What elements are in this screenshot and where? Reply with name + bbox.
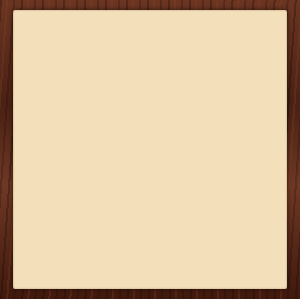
wood-frame <box>0 0 300 299</box>
chess-board <box>17 14 283 285</box>
